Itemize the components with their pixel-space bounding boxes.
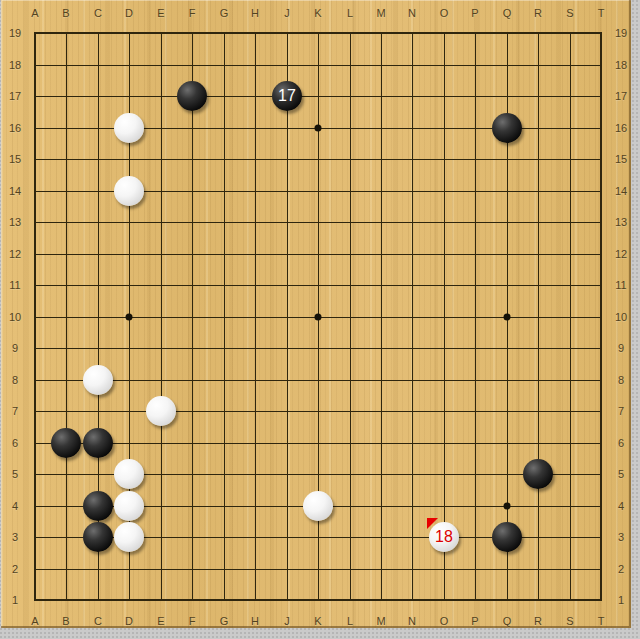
coord-number-left-18: 18: [9, 59, 21, 71]
goban[interactable]: AABBCCDDEEFFGGHHJJKKLLMMNNOOPPQQRRSSTT19…: [1, 0, 631, 628]
move-number-label: 18: [435, 529, 453, 545]
stone-black-C4: [83, 491, 113, 521]
grid-horizontal-line: [34, 443, 602, 444]
coord-letter-bottom-T: T: [598, 615, 605, 627]
coord-letter-bottom-N: N: [408, 615, 416, 627]
coord-number-left-12: 12: [9, 248, 21, 260]
star-point-Q10: [504, 314, 511, 321]
coord-number-left-11: 11: [9, 279, 20, 291]
coord-number-left-9: 9: [12, 342, 18, 354]
coord-letter-top-K: K: [314, 7, 321, 19]
stone-black-J17: 17: [272, 81, 302, 111]
star-point-Q4: [504, 503, 511, 510]
coord-number-left-5: 5: [12, 468, 18, 480]
coord-number-left-15: 15: [9, 153, 21, 165]
coord-letter-top-C: C: [94, 7, 102, 19]
coord-number-right-5: 5: [618, 468, 624, 480]
move-number-label: 17: [278, 88, 296, 104]
coord-number-left-7: 7: [12, 405, 18, 417]
stone-white-D16: [114, 113, 144, 143]
coord-number-right-3: 3: [618, 531, 624, 543]
coord-number-right-13: 13: [615, 216, 627, 228]
stone-white-D4: [114, 491, 144, 521]
coord-number-right-17: 17: [615, 90, 627, 102]
coord-letter-bottom-Q: Q: [503, 615, 512, 627]
coord-letter-bottom-O: O: [440, 615, 449, 627]
coord-letter-top-S: S: [566, 7, 573, 19]
grid-horizontal-line: [34, 348, 602, 349]
grid-vertical-line: [475, 32, 476, 601]
coord-letter-bottom-A: A: [31, 615, 38, 627]
coord-number-left-4: 4: [12, 500, 18, 512]
coord-number-right-11: 11: [615, 279, 626, 291]
coord-number-left-1: 1: [12, 594, 18, 606]
coord-letter-top-H: H: [251, 7, 259, 19]
stone-white-E7: [146, 396, 176, 426]
star-point-K16: [315, 125, 322, 132]
coord-letter-top-R: R: [534, 7, 542, 19]
coord-number-right-2: 2: [618, 563, 624, 575]
coord-number-right-12: 12: [615, 248, 627, 260]
coord-letter-bottom-H: H: [251, 615, 259, 627]
grid-vertical-line: [412, 32, 413, 601]
coord-letter-top-B: B: [62, 7, 69, 19]
grid-vertical-line: [381, 32, 382, 601]
coord-letter-bottom-F: F: [189, 615, 196, 627]
coord-letter-bottom-J: J: [284, 615, 290, 627]
coord-letter-bottom-M: M: [376, 615, 385, 627]
page-background: AABBCCDDEEFFGGHHJJKKLLMMNNOOPPQQRRSSTT19…: [0, 0, 640, 639]
coord-letter-top-D: D: [125, 7, 133, 19]
coord-number-left-17: 17: [9, 90, 21, 102]
coord-number-left-8: 8: [12, 374, 18, 386]
coord-number-left-19: 19: [9, 27, 21, 39]
coord-number-right-10: 10: [615, 311, 627, 323]
coord-number-left-2: 2: [12, 563, 18, 575]
stone-white-D3: [114, 522, 144, 552]
stone-white-O3: 18: [429, 522, 459, 552]
stone-black-B6: [51, 428, 81, 458]
coord-letter-top-A: A: [31, 7, 38, 19]
coord-number-left-10: 10: [9, 311, 21, 323]
stone-white-C8: [83, 365, 113, 395]
stone-black-Q3: [492, 522, 522, 552]
coord-number-left-3: 3: [12, 531, 18, 543]
coord-letter-top-F: F: [189, 7, 196, 19]
coord-letter-bottom-P: P: [471, 615, 478, 627]
grid-horizontal-line: [34, 599, 602, 601]
grid-horizontal-line: [34, 569, 602, 570]
coord-letter-top-T: T: [598, 7, 605, 19]
coord-letter-top-P: P: [471, 7, 478, 19]
coord-number-right-9: 9: [618, 342, 624, 354]
coord-number-right-4: 4: [618, 500, 624, 512]
coord-letter-top-M: M: [376, 7, 385, 19]
grid-vertical-line: [570, 32, 571, 601]
coord-number-left-14: 14: [9, 185, 21, 197]
coord-letter-top-G: G: [220, 7, 229, 19]
coord-number-right-15: 15: [615, 153, 627, 165]
coord-letter-bottom-G: G: [220, 615, 229, 627]
coord-number-left-16: 16: [9, 122, 21, 134]
stone-black-C6: [83, 428, 113, 458]
coord-letter-top-E: E: [157, 7, 164, 19]
grid-vertical-line: [600, 32, 602, 601]
coord-letter-bottom-L: L: [347, 615, 353, 627]
stone-black-R5: [523, 459, 553, 489]
coord-number-right-16: 16: [615, 122, 627, 134]
coord-letter-bottom-D: D: [125, 615, 133, 627]
coord-letter-top-L: L: [347, 7, 353, 19]
coord-letter-bottom-R: R: [534, 615, 542, 627]
coord-number-left-13: 13: [9, 216, 21, 228]
grid-horizontal-line: [34, 411, 602, 412]
coord-number-right-18: 18: [615, 59, 627, 71]
stone-black-F17: [177, 81, 207, 111]
stone-white-D14: [114, 176, 144, 206]
grid-vertical-line: [444, 32, 445, 601]
coord-number-right-6: 6: [618, 437, 624, 449]
coord-letter-top-O: O: [440, 7, 449, 19]
star-point-K10: [315, 314, 322, 321]
coord-letter-bottom-K: K: [314, 615, 321, 627]
stone-white-K4: [303, 491, 333, 521]
coord-letter-bottom-S: S: [566, 615, 573, 627]
coord-letter-top-Q: Q: [503, 7, 512, 19]
stone-white-D5: [114, 459, 144, 489]
star-point-D10: [126, 314, 133, 321]
coord-letter-top-J: J: [284, 7, 290, 19]
coord-letter-bottom-E: E: [157, 615, 164, 627]
coord-number-right-7: 7: [618, 405, 624, 417]
stone-black-Q16: [492, 113, 522, 143]
coord-number-right-1: 1: [618, 594, 624, 606]
coord-letter-top-N: N: [408, 7, 416, 19]
stone-black-C3: [83, 522, 113, 552]
coord-letter-bottom-B: B: [62, 615, 69, 627]
coord-letter-bottom-C: C: [94, 615, 102, 627]
grid-vertical-line: [538, 32, 539, 601]
grid-vertical-line: [350, 32, 351, 601]
grid-horizontal-line: [34, 380, 602, 381]
coord-number-right-19: 19: [615, 27, 627, 39]
coord-number-left-6: 6: [12, 437, 18, 449]
coord-number-right-8: 8: [618, 374, 624, 386]
coord-number-right-14: 14: [615, 185, 627, 197]
